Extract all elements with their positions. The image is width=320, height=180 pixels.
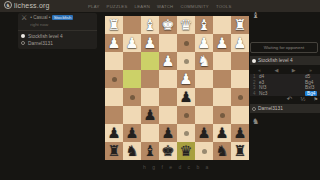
move-row-1: 1d4d5 (250, 74, 320, 80)
square-g5[interactable] (123, 88, 141, 106)
move-dest-dot-b6 (220, 113, 225, 118)
game-mode-label: • Casual • (30, 15, 50, 20)
lichess-knight-icon: ♞ (4, 1, 12, 9)
square-a3[interactable] (231, 52, 249, 70)
white-color-icon (252, 59, 256, 63)
nav-link-learn[interactable]: LEARN (135, 4, 150, 9)
move-dest-dot-c8 (202, 149, 207, 154)
square-a1[interactable]: ♜ (231, 16, 249, 34)
move-number: 1 (250, 74, 259, 79)
game-status-text: Waiting for opponent (264, 45, 304, 50)
move-number: 2 (250, 80, 259, 85)
replay-controls: «◀▶» (250, 67, 320, 73)
board-coordinates: h g f e d c b a (105, 164, 249, 170)
black-king-e8[interactable]: ♚ (162, 144, 175, 159)
white-pawn-h2[interactable]: ♟ (108, 36, 121, 51)
square-f4[interactable] (141, 70, 159, 88)
white-queen-d1[interactable]: ♛ (180, 18, 193, 33)
top-player-bar[interactable]: Stockfish level 4 (250, 56, 320, 65)
black-move[interactable]: Bg4 (295, 80, 313, 85)
white-pawn-c2[interactable]: ♟ (198, 36, 211, 51)
takeback-icon[interactable]: ↶ (287, 95, 292, 103)
game-status-box: Waiting for opponent (250, 42, 318, 53)
game-meta-panel: ⚔ • Casual • Stockfish right now Stockfi… (18, 13, 97, 49)
square-c4[interactable] (195, 70, 213, 88)
square-e7[interactable]: ♟ (159, 124, 177, 142)
white-move[interactable]: e3 (259, 80, 295, 85)
square-f7[interactable] (141, 124, 159, 142)
square-g2[interactable]: ♟ (123, 34, 141, 52)
captured-knight-icon: ♞ (252, 118, 259, 126)
top-player-name: Stockfish level 4 (258, 58, 293, 63)
square-h2[interactable]: ♟ (105, 34, 123, 52)
white-knight-c3[interactable]: ♞ (198, 54, 211, 69)
black-move[interactable]: Bxf3 (295, 85, 314, 90)
white-pawn-d4[interactable]: ♟ (180, 72, 193, 87)
move-dest-dot-d2 (184, 41, 189, 46)
square-d8[interactable]: ♛ (177, 142, 195, 160)
move-dest-dot-d3 (184, 59, 189, 64)
square-b5[interactable] (213, 88, 231, 106)
nav-link-community[interactable]: COMMUNITY (180, 4, 209, 9)
white-rook-a1[interactable]: ♜ (234, 18, 247, 33)
square-f3[interactable] (141, 52, 159, 70)
black-move[interactable]: d5 (295, 74, 310, 79)
white-color-icon (21, 34, 25, 38)
square-e1[interactable]: ♚ (159, 16, 177, 34)
white-pawn-g2[interactable]: ♟ (126, 36, 139, 51)
captured-bishop-icon: ♝ (252, 12, 259, 20)
square-b3[interactable] (213, 52, 231, 70)
square-a7[interactable]: ♟ (231, 124, 249, 142)
nav-link-tools[interactable]: TOOLS (216, 4, 232, 9)
square-e2[interactable] (159, 34, 177, 52)
white-pawn-b2[interactable]: ♟ (216, 36, 229, 51)
move-dest-dot-a5 (238, 95, 243, 100)
black-pawn-d5[interactable]: ♟ (180, 90, 193, 105)
square-h8[interactable]: ♜ (105, 142, 123, 160)
square-h5[interactable] (105, 88, 123, 106)
square-d4[interactable]: ♟ (177, 70, 195, 88)
lichess-logo[interactable]: ♞ lichess.org (4, 1, 50, 9)
square-d2[interactable] (177, 34, 195, 52)
black-pawn-c7[interactable]: ♟ (198, 126, 211, 141)
black-knight-b8[interactable]: ♞ (216, 144, 229, 159)
game-time-ago: right now (30, 22, 73, 27)
move-list: 1d4d52e3Bg43Nf3Bxf34Nc3Bg4 (250, 74, 320, 96)
square-f8[interactable]: ♝ (141, 142, 159, 160)
move-dest-dot-g5 (130, 95, 135, 100)
square-e4[interactable] (159, 70, 177, 88)
prev-move-icon[interactable]: ◀ (274, 67, 278, 73)
square-c2[interactable]: ♟ (195, 34, 213, 52)
square-h3[interactable] (105, 52, 123, 70)
square-d7[interactable] (177, 124, 195, 142)
square-e8[interactable]: ♚ (159, 142, 177, 160)
square-e5[interactable] (159, 88, 177, 106)
black-rook-a8[interactable]: ♜ (234, 144, 247, 159)
lichess-app-window: ♞ lichess.org PLAYPUZZLESLEARNWATCHCOMMU… (0, 0, 320, 180)
square-d1[interactable]: ♛ (177, 16, 195, 34)
square-b6[interactable] (213, 106, 231, 124)
black-pawn-h7[interactable]: ♟ (108, 126, 121, 141)
lichess-logo-text: lichess.org (14, 2, 50, 9)
casual-game-icon: ⚔ (21, 15, 27, 27)
square-c5[interactable] (195, 88, 213, 106)
square-a5[interactable] (231, 88, 249, 106)
next-move-icon[interactable]: ▶ (292, 67, 296, 73)
draw-offer-icon[interactable]: ½ (300, 96, 305, 102)
white-king-e1[interactable]: ♚ (162, 18, 175, 33)
white-move[interactable]: d4 (259, 74, 295, 79)
square-g3[interactable] (123, 52, 141, 70)
square-b1[interactable] (213, 16, 231, 34)
white-bishop-c1[interactable]: ♝ (198, 18, 211, 33)
resign-flag-icon[interactable]: ⚑ (314, 96, 318, 102)
black-bishop-f8[interactable]: ♝ (144, 144, 157, 159)
game-action-buttons: ↶½⚑ (250, 95, 320, 103)
black-queen-d8[interactable]: ♛ (180, 144, 193, 159)
game-meta: ⚔ • Casual • Stockfish right now (18, 13, 97, 30)
bottom-player-name: Darnel3131 (258, 106, 283, 111)
square-h1[interactable]: ♜ (105, 16, 123, 34)
square-b8[interactable]: ♞ (213, 142, 231, 160)
square-b4[interactable] (213, 70, 231, 88)
black-rook-h8[interactable]: ♜ (108, 144, 121, 159)
player-row-white[interactable]: Stockfish level 4 (21, 33, 94, 40)
black-pawn-f6[interactable]: ♟ (144, 108, 157, 123)
game-meta-line: • Casual • Stockfish (30, 15, 73, 21)
square-e6[interactable] (159, 106, 177, 124)
square-h7[interactable]: ♟ (105, 124, 123, 142)
square-g4[interactable] (123, 70, 141, 88)
last-move-icon[interactable]: » (309, 67, 312, 73)
square-g7[interactable]: ♟ (123, 124, 141, 142)
white-pawn-e3[interactable]: ♟ (162, 54, 175, 69)
square-f5[interactable] (141, 88, 159, 106)
square-e3[interactable]: ♟ (159, 52, 177, 70)
players-list: Stockfish level 4 Darnel3131 (18, 30, 97, 49)
white-pawn-f2[interactable]: ♟ (144, 36, 157, 51)
square-h6[interactable] (105, 106, 123, 124)
move-dest-dot-d7 (184, 131, 189, 136)
square-a4[interactable] (231, 70, 249, 88)
square-c6[interactable] (195, 106, 213, 124)
game-side-panel: ♝ Waiting for opponent Stockfish level 4… (250, 0, 320, 180)
nav-link-watch[interactable]: WATCH (157, 4, 173, 9)
move-dest-dot-h4 (112, 77, 117, 82)
black-player-name: Darnel3131 (28, 41, 53, 46)
black-color-icon (252, 107, 256, 111)
square-c3[interactable]: ♞ (195, 52, 213, 70)
square-a8[interactable]: ♜ (231, 142, 249, 160)
square-h4[interactable] (105, 70, 123, 88)
move-number: 3 (250, 85, 259, 90)
first-move-icon[interactable]: « (258, 67, 261, 73)
square-f6[interactable]: ♟ (141, 106, 159, 124)
square-c1[interactable]: ♝ (195, 16, 213, 34)
square-f2[interactable]: ♟ (141, 34, 159, 52)
black-color-icon (21, 41, 25, 45)
square-a2[interactable]: ♟ (231, 34, 249, 52)
square-c7[interactable]: ♟ (195, 124, 213, 142)
square-f1[interactable]: ♝ (141, 16, 159, 34)
square-g1[interactable] (123, 16, 141, 34)
black-pawn-g7[interactable]: ♟ (126, 126, 139, 141)
square-d5[interactable]: ♟ (177, 88, 195, 106)
white-bishop-f1[interactable]: ♝ (144, 18, 157, 33)
white-rook-h1[interactable]: ♜ (108, 18, 121, 33)
square-d3[interactable] (177, 52, 195, 70)
white-move[interactable]: Nf3 (259, 85, 295, 90)
square-d6[interactable] (177, 106, 195, 124)
square-b7[interactable]: ♟ (213, 124, 231, 142)
nav-link-play[interactable]: PLAY (88, 4, 100, 9)
black-pawn-e7[interactable]: ♟ (162, 126, 175, 141)
player-row-black[interactable]: Darnel3131 (21, 40, 94, 47)
square-g8[interactable]: ♞ (123, 142, 141, 160)
white-player-name: Stockfish level 4 (28, 34, 63, 39)
bottom-player-bar[interactable]: Darnel3131 (250, 104, 320, 113)
black-pawn-b7[interactable]: ♟ (216, 126, 229, 141)
white-pawn-a2[interactable]: ♟ (234, 36, 247, 51)
nav-links: PLAYPUZZLESLEARNWATCHCOMMUNITYTOOLS (88, 4, 232, 9)
square-a6[interactable] (231, 106, 249, 124)
nav-link-puzzles[interactable]: PUZZLES (107, 4, 128, 9)
black-pawn-a7[interactable]: ♟ (234, 126, 247, 141)
move-dest-dot-d6 (184, 113, 189, 118)
black-knight-g8[interactable]: ♞ (126, 144, 139, 159)
move-row-3: 3Nf3Bxf3 (250, 85, 320, 91)
square-b2[interactable]: ♟ (213, 34, 231, 52)
square-g6[interactable] (123, 106, 141, 124)
chess-board: ♜♝♚♛♝♜♟♟♟♟♟♟♟♞♟♟♟♟♟♟♟♟♟♜♞♝♚♛♞♜ (105, 16, 249, 160)
move-row-2: 2e3Bg4 (250, 80, 320, 86)
opponent-link[interactable]: Stockfish (52, 15, 74, 20)
square-c8[interactable] (195, 142, 213, 160)
